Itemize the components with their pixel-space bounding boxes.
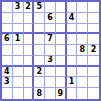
cell-r4c1[interactable]: 6 — [2, 34, 13, 45]
given-digit: 3 — [15, 3, 21, 11]
cell-r3c4[interactable] — [34, 24, 45, 35]
cell-r4c3[interactable] — [24, 34, 35, 45]
cell-r1c5[interactable] — [45, 2, 56, 13]
cell-r7c7[interactable] — [67, 67, 78, 78]
cell-r3c6[interactable] — [56, 24, 67, 35]
given-digit: 2 — [25, 3, 31, 11]
cell-r7c6[interactable] — [56, 67, 67, 78]
cell-r6c7[interactable] — [67, 56, 78, 67]
cell-r6c9[interactable] — [88, 56, 99, 67]
cell-r9c6[interactable]: 9 — [56, 88, 67, 99]
cell-r1c3[interactable]: 2 — [24, 2, 35, 13]
cell-r1c6[interactable] — [56, 2, 67, 13]
cell-r5c6[interactable] — [56, 45, 67, 56]
cell-r4c4[interactable] — [34, 34, 45, 45]
cell-r4c9[interactable] — [88, 34, 99, 45]
cell-r8c6[interactable] — [56, 77, 67, 88]
cell-r8c5[interactable] — [45, 77, 56, 88]
cell-r8c9[interactable] — [88, 77, 99, 88]
cell-r7c1[interactable]: 4 — [2, 67, 13, 78]
cell-r1c9[interactable] — [88, 2, 99, 13]
cell-r1c7[interactable] — [67, 2, 78, 13]
cell-r3c2[interactable] — [13, 24, 24, 35]
cell-r2c8[interactable] — [77, 13, 88, 24]
cell-r8c8[interactable] — [77, 77, 88, 88]
cell-r7c8[interactable] — [77, 67, 88, 78]
cell-r5c3[interactable] — [24, 45, 35, 56]
cell-r6c6[interactable] — [56, 56, 67, 67]
given-digit: 6 — [47, 14, 53, 22]
cell-r8c7[interactable]: 1 — [67, 77, 78, 88]
cell-r7c4[interactable]: 2 — [34, 67, 45, 78]
given-digit: 4 — [4, 68, 10, 76]
cell-r3c7[interactable] — [67, 24, 78, 35]
given-digit: 3 — [47, 56, 53, 64]
cell-r5c7[interactable] — [67, 45, 78, 56]
cell-r6c8[interactable] — [77, 56, 88, 67]
cell-r9c5[interactable] — [45, 88, 56, 99]
cell-r6c4[interactable] — [34, 56, 45, 67]
cell-r6c3[interactable] — [24, 56, 35, 67]
cell-r8c2[interactable] — [13, 77, 24, 88]
cell-r4c2[interactable]: 1 — [13, 34, 24, 45]
cell-r2c3[interactable] — [24, 13, 35, 24]
cell-r5c8[interactable]: 8 — [77, 45, 88, 56]
cell-r3c3[interactable] — [24, 24, 35, 35]
given-digit: 6 — [4, 35, 10, 43]
cell-r2c4[interactable] — [34, 13, 45, 24]
cell-r6c1[interactable] — [2, 56, 13, 67]
given-digit: 7 — [47, 35, 53, 43]
cell-r9c4[interactable]: 8 — [34, 88, 45, 99]
cell-r9c7[interactable] — [67, 88, 78, 99]
cell-r9c1[interactable] — [2, 88, 13, 99]
cell-r8c1[interactable]: 3 — [2, 77, 13, 88]
cell-r7c9[interactable] — [88, 67, 99, 78]
cell-r1c4[interactable]: 5 — [34, 2, 45, 13]
cell-r4c8[interactable] — [77, 34, 88, 45]
cell-r3c5[interactable] — [45, 24, 56, 35]
cell-r3c9[interactable] — [88, 24, 99, 35]
given-digit: 8 — [36, 90, 42, 98]
cell-r9c2[interactable] — [13, 88, 24, 99]
cell-r7c2[interactable] — [13, 67, 24, 78]
given-digit: 5 — [36, 3, 42, 11]
given-digit: 9 — [57, 90, 63, 98]
cell-r2c7[interactable]: 4 — [67, 13, 78, 24]
cell-r1c1[interactable] — [2, 2, 13, 13]
given-digit: 1 — [15, 35, 21, 43]
cell-r9c9[interactable] — [88, 88, 99, 99]
given-digit: 8 — [80, 46, 86, 54]
cell-r1c8[interactable] — [77, 2, 88, 13]
cell-r3c1[interactable] — [2, 24, 13, 35]
given-digit: 2 — [36, 68, 42, 76]
cell-r2c1[interactable] — [2, 13, 13, 24]
cell-r3c8[interactable] — [77, 24, 88, 35]
cell-r9c8[interactable] — [77, 88, 88, 99]
sudoku-board: 32564617823423189 — [0, 0, 101, 101]
cell-r6c2[interactable] — [13, 56, 24, 67]
given-digit: 1 — [69, 78, 75, 86]
cell-r2c5[interactable]: 6 — [45, 13, 56, 24]
cell-r4c5[interactable]: 7 — [45, 34, 56, 45]
cell-r5c1[interactable] — [2, 45, 13, 56]
given-digit: 3 — [4, 78, 10, 86]
cell-r4c7[interactable] — [67, 34, 78, 45]
cell-r2c2[interactable] — [13, 13, 24, 24]
cell-r5c4[interactable] — [34, 45, 45, 56]
cell-r8c4[interactable] — [34, 77, 45, 88]
cell-r1c2[interactable]: 3 — [13, 2, 24, 13]
cell-r6c5[interactable]: 3 — [45, 56, 56, 67]
cell-r2c9[interactable] — [88, 13, 99, 24]
given-digit: 2 — [91, 46, 97, 54]
cell-r5c5[interactable] — [45, 45, 56, 56]
cell-r2c6[interactable] — [56, 13, 67, 24]
cell-r7c5[interactable] — [45, 67, 56, 78]
cell-r9c3[interactable] — [24, 88, 35, 99]
cell-r8c3[interactable] — [24, 77, 35, 88]
cell-r5c2[interactable] — [13, 45, 24, 56]
given-digit: 4 — [69, 14, 75, 22]
cell-r4c6[interactable] — [56, 34, 67, 45]
cell-r7c3[interactable] — [24, 67, 35, 78]
cell-r5c9[interactable]: 2 — [88, 45, 99, 56]
